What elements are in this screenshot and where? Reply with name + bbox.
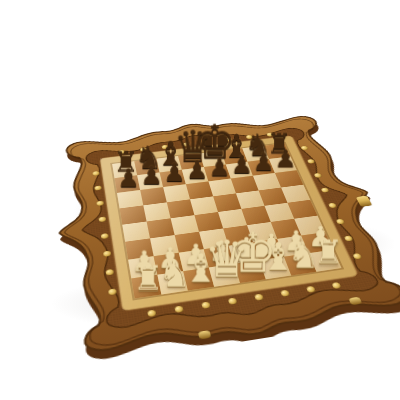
square-b7: ♟	[137, 173, 163, 190]
white-rook: ♜	[133, 262, 163, 296]
black-pawn: ♟	[253, 149, 275, 174]
square-a7: ♟	[115, 175, 141, 193]
black-pawn: ♟	[140, 163, 162, 188]
chess-set-scene: ♜♞♝♛♚♝♞♜♟♟♟♟♟♟♟♟♟♟♟♟♟♟♟♟♜♞♝♛♚♝♞♜	[0, 0, 400, 400]
board: ♜♞♝♛♚♝♞♜♟♟♟♟♟♟♟♟♟♟♟♟♟♟♟♟♜♞♝♛♚♝♞♜	[50, 105, 400, 370]
black-pawn: ♟	[163, 160, 185, 185]
black-pawn: ♟	[208, 155, 230, 180]
black-pawn: ♟	[186, 157, 208, 182]
square-a1: ♜	[131, 275, 161, 299]
square-d7: ♟	[182, 167, 209, 184]
square-c7: ♟	[160, 170, 186, 187]
photo-canvas: ♜♞♝♛♚♝♞♜♟♟♟♟♟♟♟♟♟♟♟♟♟♟♟♟♜♞♝♛♚♝♞♜	[0, 0, 400, 400]
black-pawn: ♟	[275, 147, 297, 171]
black-pawn: ♟	[231, 152, 253, 177]
black-pawn: ♟	[117, 166, 140, 191]
